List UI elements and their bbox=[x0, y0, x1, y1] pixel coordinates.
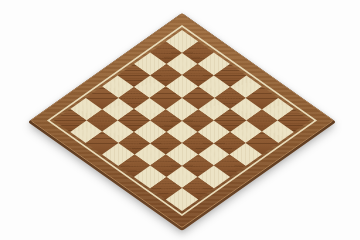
product-photo bbox=[0, 0, 360, 240]
board-shadow bbox=[0, 0, 360, 240]
chess-board-frame bbox=[29, 13, 333, 228]
chess-board bbox=[54, 30, 310, 211]
board-edge bbox=[27, 13, 335, 231]
